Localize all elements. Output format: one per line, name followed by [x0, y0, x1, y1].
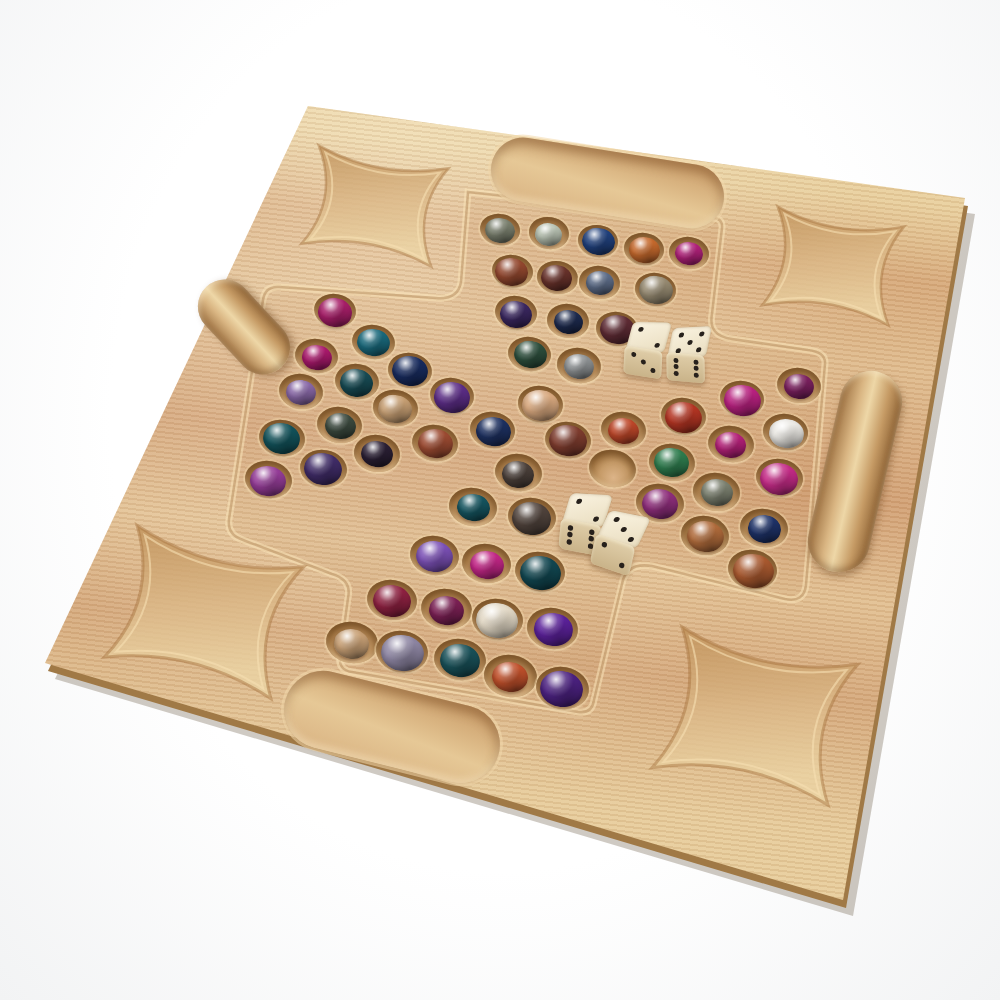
die-pip — [588, 536, 594, 542]
die-face-front-6 — [666, 352, 705, 383]
die-pip — [631, 351, 636, 357]
die-pip — [693, 366, 698, 371]
die-pip — [588, 529, 594, 535]
die-pip — [673, 358, 678, 363]
die-pip — [612, 517, 620, 523]
die-pip — [698, 332, 704, 337]
die-face-front-3 — [623, 345, 662, 379]
die-pip — [673, 371, 678, 376]
die-pip — [650, 368, 655, 374]
die-pip — [686, 340, 692, 345]
die-pip — [673, 364, 678, 369]
die-pip — [627, 536, 635, 542]
die-pip — [637, 327, 643, 332]
die-pip — [566, 532, 572, 538]
die-pip — [619, 526, 627, 532]
die-pip — [618, 562, 624, 569]
product-photo — [0, 0, 1000, 1000]
die-pip — [592, 516, 599, 522]
die-pip — [693, 373, 698, 378]
die-pip — [640, 360, 645, 366]
die-top-5[interactable] — [669, 326, 713, 387]
die-pip — [654, 343, 660, 348]
die-pip — [678, 333, 684, 338]
die-pip — [566, 539, 572, 545]
die-pip — [695, 347, 701, 352]
die-pip — [567, 525, 573, 531]
die-pip — [693, 359, 698, 364]
die-pip — [575, 499, 582, 505]
